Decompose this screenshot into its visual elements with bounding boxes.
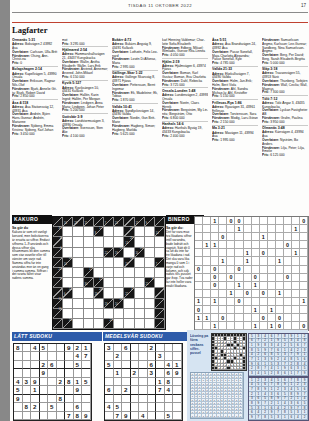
listing-field-label: Förvärvare: (262, 38, 281, 42)
binero-solution-cell: 0 (239, 414, 243, 417)
listing-entry-line: Överlåtare: Wallin, Anitha Elisabeth; Wa… (62, 60, 108, 68)
kakuro-right-clue: 12 (99, 228, 102, 231)
binero-empty-cell (268, 257, 276, 265)
kakuro-entry-cell (73, 309, 83, 319)
listing-entry-line: Överlåtare: Lyckan Fastigheter AB (262, 108, 308, 116)
listing-field-label: Överlåtare: (12, 112, 30, 116)
kakuro-right-clue: 29 (99, 289, 102, 292)
sudoku-cell (65, 369, 74, 378)
binero-empty-cell (203, 225, 211, 233)
binero-given-cell: 1 (219, 257, 227, 265)
listing-column-text: Bukärr 4:73Adress: Bukärrs Ängväg 9, 434… (112, 37, 158, 135)
kakuro-entry-cell (73, 288, 83, 298)
sudoku-cell (40, 395, 49, 404)
kakuro-entry-cell (84, 299, 94, 309)
listing-field-label: Adress: (112, 108, 125, 112)
binero-empty-cell (284, 298, 292, 306)
kakuro-down-clue: 16 (64, 223, 67, 226)
sudoku-cell (131, 403, 140, 412)
listing-entry-line: Adress: Hjälmvägen 6, 43974 Fjärås (162, 63, 208, 71)
listing-field-label: Överlåtare: (62, 126, 80, 130)
kakuro-right-clue: 21 (130, 228, 133, 231)
binero-empty-cell (276, 225, 284, 233)
kakuro-entry-cell (135, 319, 145, 329)
kakuro-entry-cell (63, 309, 73, 319)
kakuro-clue-cell: 2311 (124, 258, 134, 268)
kakuro-entry-cell (104, 237, 114, 247)
listing-entry: Ölmanäs 3:48Adress: Kärrvägen 4, 43994 Å… (262, 125, 308, 157)
header-rule (12, 12, 308, 13)
binero-empty-cell (195, 274, 203, 282)
sudoku-cell (82, 361, 91, 370)
listing-field-label: Förvärvare: (112, 57, 131, 61)
binero-empty-cell (203, 282, 211, 290)
kakuro-entry-cell (84, 319, 94, 329)
sudoku-cell (122, 403, 131, 412)
kakuro-clue-cell: 1816 (63, 258, 73, 268)
sudoku-cell (131, 386, 140, 395)
listing-field-label: Adress: (62, 52, 75, 56)
kakuro-clue-cell: 24 (53, 268, 63, 278)
binero-empty-cell (292, 233, 300, 241)
kakuro-entry-cell (135, 268, 145, 278)
sudoku-cell (156, 395, 165, 404)
binero-empty-cell (284, 217, 292, 225)
listing-field-label: Pris: (162, 134, 170, 138)
listing-field-label: Adress: (162, 126, 175, 130)
listing-field-label: Förvärvare: (12, 87, 31, 91)
kakuro-entry-cell (145, 288, 155, 298)
listing-entry-line: Pris: 2 995 000 (112, 65, 158, 69)
kakuro-solution-grid: 9381726458291637549381726458291637549381… (211, 333, 247, 371)
listing-field-label: Adress: (162, 93, 175, 97)
binero-empty-cell (227, 241, 235, 249)
kakuro-clue-cell: 821 (145, 278, 155, 288)
kakuro-clue-cell: 422 (124, 288, 134, 298)
binero-empty-cell (227, 257, 235, 265)
sudoku-cell (48, 378, 57, 387)
binero-empty-cell (284, 282, 292, 290)
binero-empty-cell (268, 282, 276, 290)
sudoku-cell: 3 (105, 344, 114, 353)
sudoku-cell (48, 369, 57, 378)
sudoku-solution-cell: 2 (269, 371, 276, 376)
sudoku-cell: 4 (31, 344, 40, 353)
kakuro-entry-cell (94, 258, 104, 268)
listing-entry-line: Adress: Åsa Brandsvägen 24, 43992 Åsa (212, 42, 258, 50)
binero-given-cell: 1 (244, 257, 252, 265)
kakuro-howto-text: Kakuro är som ett vanligt korsord, men b… (12, 230, 50, 280)
listing-entry-line: Adress: Hammarshallsvägen 21, 43437 Kung… (62, 52, 108, 60)
listing-field-label: Pris: (62, 75, 70, 79)
listing-entry: Örmanäs 1:31Adress: Bokvägen 2 43992 Åsa… (12, 37, 58, 65)
binero-empty-cell (195, 225, 203, 233)
sudoku-cell (139, 361, 148, 370)
kakuro-down-clue: 14 (156, 233, 159, 236)
listing-field-label: Förvärvare: (212, 87, 231, 91)
binero-empty-cell (227, 306, 235, 314)
binero-empty-cell (252, 241, 260, 249)
kakuro-clue-cell: 19 (104, 299, 114, 309)
binero-empty-cell (244, 225, 252, 233)
listing-entry-line: Överlåtare: Nyström, Bo Anders (262, 138, 308, 146)
binero-empty-cell (227, 282, 235, 290)
binero-empty-cell (292, 290, 300, 298)
listing-field-label: Adress: (62, 85, 75, 89)
kakuro-entry-cell (104, 227, 114, 237)
sudoku-cell (74, 395, 83, 404)
sudoku-cell (65, 403, 74, 412)
binero-given-cell: 0 (219, 233, 227, 241)
sudoku-cell: 4 (165, 361, 174, 370)
sudoku-cell: 8 (65, 378, 74, 387)
listing-entry: Bukärr 4:73Adress: Bukärrs Ängväg 9, 434… (112, 37, 158, 69)
kakuro-entry-cell (145, 258, 155, 268)
sudoku-cell (148, 403, 157, 412)
kakuro-clue-cell: 21 (124, 227, 134, 237)
kakuro-entry-cell (135, 309, 145, 319)
kakuro-entry-cell (124, 299, 134, 309)
kakuro-down-clue: 13 (125, 243, 128, 246)
sudoku-cell: 7 (82, 352, 91, 361)
listing-field-label: Överlåtare: (162, 71, 180, 75)
kakuro-entry-cell (73, 319, 83, 329)
kakuro-entry-cell (73, 268, 83, 278)
kakuro-entry-cell (94, 319, 104, 329)
sudoku-cell: 4 (74, 352, 83, 361)
kakuro-entry-cell (84, 288, 94, 298)
binero-given-cell: 1 (244, 249, 252, 257)
binero-grid: 1000110111010111100000000111001110101111… (194, 216, 309, 331)
binero-empty-cell (292, 217, 300, 225)
sudoku-solution-cell: 7 (256, 415, 263, 420)
sudoku-cell (114, 378, 123, 387)
binero-empty-cell (244, 306, 252, 314)
kakuro-right-clue: 17 (89, 269, 92, 272)
kakuro-entry-cell (73, 278, 83, 288)
kakuro-clue-cell (155, 319, 165, 329)
listing-column: Förvärvare: Samuelsson Ängmo, Karlsson; … (262, 37, 308, 213)
binero-empty-cell (195, 217, 203, 225)
sudoku-cell (105, 369, 114, 378)
property-listings: Örmanäs 1:31Adress: Bokvägen 2 43992 Åsa… (12, 37, 308, 213)
listing-column: Örmanäs 1:31Adress: Bokvägen 2 43992 Åsa… (12, 37, 58, 213)
kakuro-entry-cell (73, 299, 83, 309)
sudoku-cell: 8 (74, 412, 83, 421)
listing-field-label: Adress: (12, 105, 25, 109)
kakuro-down-clue: 7 (156, 264, 157, 267)
kakuro-entry-cell (94, 237, 104, 247)
binero-empty-cell (292, 298, 300, 306)
kakuro-clue-cell (53, 288, 63, 298)
sudoku-cell (105, 412, 114, 421)
kakuro-clue-cell (155, 288, 165, 298)
sudoku-cell: 1 (156, 378, 165, 387)
binero-solution-grid: 0101101001101010100101100101011010010110… (190, 372, 244, 419)
sudoku-cell: 1 (82, 344, 91, 353)
binero-empty-cell (300, 241, 308, 249)
kakuro-entry-cell (155, 278, 165, 288)
binero-empty-cell (252, 314, 260, 322)
listing-entry-line: Överlåtare: Berg, Per David; Berg, Sarah… (262, 53, 308, 61)
binero-empty-cell (211, 314, 219, 322)
sudoku-solution-cell: 6 (289, 415, 296, 420)
listing-entry-line: Förvärvare: Lovén Di Alfonso, Maria (112, 57, 158, 65)
sudoku-cell (57, 344, 66, 353)
sudoku-cell: 5 (14, 386, 23, 395)
sudoku-cell (156, 403, 165, 412)
listing-field-label: Adress: (212, 71, 225, 75)
listing-field-label: Adress: (12, 42, 25, 46)
listing-field-label: Pris: (162, 116, 170, 120)
sudoku-cell (148, 395, 157, 404)
sudoku-cell: 5 (74, 361, 83, 370)
kakuro-clue-cell: 16 (63, 217, 73, 227)
kakuro-entry-cell (155, 237, 165, 247)
binero-empty-cell (252, 266, 260, 274)
listing-entry-line: Förvärvare: Edberg, Mikael; Wimladis, Gu… (162, 45, 208, 53)
binero-given-cell: 0 (195, 306, 203, 314)
binero-empty-cell (268, 249, 276, 257)
listing-field-label: Överlåtare: (262, 53, 280, 57)
binero-given-cell: 0 (235, 298, 243, 306)
binero-empty-cell (284, 225, 292, 233)
kakuro-entry-cell (94, 309, 104, 319)
kakuro-clue-cell: 7 (155, 258, 165, 268)
kakuro-down-clue: 10 (115, 304, 118, 307)
kakuro-entry-cell (114, 268, 124, 278)
binero-empty-cell (235, 233, 243, 241)
sudoku-cell (131, 344, 140, 353)
kakuro-right-clue: 16 (69, 320, 72, 323)
listing-entry: Åsa 5:51Adress: Åsa Brandsvägen 24, 4399… (212, 37, 258, 65)
listing-entry-line: Adress: Lundenvägen 2, 43993 Onsala (162, 93, 208, 101)
binero-empty-cell (235, 241, 243, 249)
kakuro-right-clue: 29 (130, 238, 133, 241)
listing-field-label: Pris: (112, 131, 120, 135)
binero-empty-cell (219, 266, 227, 274)
listing-entry-line: Pris: 4 050 000 (162, 53, 208, 57)
binero-empty-cell (244, 241, 252, 249)
binero-empty-cell (252, 217, 260, 225)
kakuro-clue-cell: 23 (73, 217, 83, 227)
sudoku-cell (122, 395, 131, 404)
kakuro-entry-cell (155, 248, 165, 258)
sudoku-cell (65, 361, 74, 370)
binero-empty-cell (300, 249, 308, 257)
sudoku-cell (139, 369, 148, 378)
binero-given-cell: 0 (276, 314, 284, 322)
listing-entry-line: Adress: Bukärrs Ängväg 9, 43491 Kullavik (112, 42, 158, 50)
binero-empty-cell (252, 257, 260, 265)
sudoku-cell: 1 (31, 386, 40, 395)
sudoku-cell (23, 361, 32, 370)
listing-entry-line: Överlåtare: Lothzén, Felix Leo-nard (112, 49, 158, 57)
binero-empty-cell (268, 225, 276, 233)
listing-field-label: Pris: (212, 94, 220, 98)
binero-empty-cell (260, 257, 268, 265)
kakuro-clue-cell: 1519 (114, 248, 124, 258)
listing-field-label: Förvärvare: (162, 45, 181, 49)
sudoku-cell: 9 (74, 386, 83, 395)
binero-empty-cell (203, 233, 211, 241)
sudoku-cell: 5 (105, 361, 114, 370)
kakuro-clue-cell: 17 (135, 217, 145, 227)
binero-empty-cell (211, 225, 219, 233)
sudoku-cell (105, 395, 114, 404)
sudoku-cell (48, 395, 57, 404)
listing-entry-line: Förvärvare: Olsing, Ann-Christi-na (12, 53, 58, 61)
binero-given-cell: 1 (235, 225, 243, 233)
listing-entry-line: Pris: 1 995 000 (212, 138, 258, 142)
kakuro-down-clue: 10 (135, 253, 138, 256)
sudoku-cell (173, 412, 182, 421)
binero-empty-cell (227, 233, 235, 241)
kakuro-right-clue: 26 (120, 299, 123, 302)
sudoku-cell: 1 (74, 378, 83, 387)
kakuro-entry-cell (114, 288, 124, 298)
listing-field-label: Pris: (212, 138, 220, 142)
sudoku-cell (65, 352, 74, 361)
listing-field-label: Förvärvare: (262, 145, 281, 149)
listing-entry-line: Pris: 4 100 000 (62, 134, 108, 138)
sudoku-solution-cell: 9 (302, 371, 309, 376)
binero-empty-cell (252, 298, 260, 306)
kakuro-entry-cell (135, 288, 145, 298)
listing-entry-line: Pris: 7 300 000 (262, 90, 308, 94)
kakuro-entry-cell (73, 227, 83, 237)
sudoku-cell (122, 352, 131, 361)
listing-entry-line: Förvärvare: Lilja, Peter; Lilja, Emelie (262, 145, 308, 153)
kakuro-entry-cell (73, 248, 83, 258)
binero-given-cell: 0 (235, 266, 243, 274)
sudoku-cell (82, 403, 91, 412)
kakuro-right-clue: 6 (60, 238, 61, 241)
listing-field-label: Överlåtare: (112, 116, 130, 120)
listing-column-text: motPris: 3 295 000Hjälmared 2:54Adress: … (62, 37, 108, 138)
binero-empty-cell (260, 217, 268, 225)
sudoku-cell: 2 (31, 403, 40, 412)
kakuro-clue-cell: 2913 (124, 237, 134, 247)
binero-empty-cell (260, 298, 268, 306)
sudoku-cell: 4 (139, 412, 148, 421)
kakuro-clue-cell: 22 (104, 248, 114, 258)
kakuro-right-clue: 23 (110, 320, 113, 323)
listing-entry-line: Överlåtare: Boman, Karl Gustav; Boman, E… (162, 71, 208, 79)
binero-empty-cell (211, 257, 219, 265)
listing-field-label: Adress: (12, 71, 25, 75)
listing-field-label: Överlåtare: (212, 79, 230, 83)
sudoku-cell: 2 (148, 344, 157, 353)
red-section-rule (12, 22, 308, 24)
sudoku-cell: 2 (131, 369, 140, 378)
binero-given-cell: 0 (235, 217, 243, 225)
binero-empty-cell (252, 290, 260, 298)
sudoku-cell (173, 403, 182, 412)
listing-entry: Frillesås-Rya 1:86Adress: Ryavägen 31, 4… (212, 99, 258, 123)
listing-entry-line: Överlåtare: Pettersson, Bernt Ingemar (112, 83, 158, 91)
binero-empty-cell (300, 306, 308, 314)
sudoku-cell (122, 369, 131, 378)
kakuro-clue-cell: 14 (155, 227, 165, 237)
sudoku-cell (14, 412, 23, 421)
kakuro-right-clue: 15 (120, 248, 123, 251)
sudoku-cell (165, 344, 174, 353)
sudoku-cell (139, 352, 148, 361)
listing-entry: Må 3:21Adress: Måvägen 11, 43994 ÅsaPris… (212, 125, 258, 142)
binero-given-cell: 1 (211, 217, 219, 225)
sudoku-cell: 8 (57, 395, 66, 404)
binero-empty-cell (276, 217, 284, 225)
binero-empty-cell (260, 306, 268, 314)
sudoku-cell (156, 369, 165, 378)
kakuro-clue-cell: 18 (53, 309, 63, 319)
listing-column: karl Henning Valdemar; Char-lotte Sofia … (162, 37, 208, 213)
binero-empty-cell (203, 266, 211, 274)
kakuro-entry-cell (63, 278, 73, 288)
binero-empty-cell (227, 249, 235, 257)
kakuro-down-clue: 9 (146, 223, 147, 226)
binero-empty-cell (252, 233, 260, 241)
binero-empty-cell (203, 306, 211, 314)
sudoku-cell (57, 412, 66, 421)
listing-field-label: Adress: (262, 71, 275, 75)
listing-entry-line: Adress: Gällinge Skårsväg 8, 43971 Fjärå… (112, 75, 158, 83)
kakuro-clue-cell: 16 (63, 319, 73, 329)
kakuro-clue-cell: 30 (84, 278, 94, 288)
kakuro-entry-cell (63, 299, 73, 309)
binero-empty-cell (292, 266, 300, 274)
binero-empty-cell (244, 266, 252, 274)
listing-entry-line: Adress: Sandlyckevägen 14, 43490 Vallda (112, 108, 158, 116)
sudoku-cell: 3 (23, 378, 32, 387)
listing-field-label: Pris: (62, 134, 70, 138)
listing-field-label: Förvärvare: (112, 124, 131, 128)
sudoku-cell (40, 412, 49, 421)
listing-entry-line: Adress: Kapellvägen 5, 43990 Onsala (12, 71, 58, 79)
binero-empty-cell (211, 290, 219, 298)
binero-given-cell: 1 (276, 257, 284, 265)
listing-entry-line: Adress: Måvägen 11, 43994 Åsa (212, 130, 258, 138)
sudoku-cell: 5 (82, 378, 91, 387)
listing-entry-line: Adress: Hanhals Byväg 19, 43433 Kungsbac… (162, 126, 208, 134)
listing-entry-line: Pris: 3 295 000 (62, 42, 108, 46)
binero-empty-cell (300, 290, 308, 298)
binero-empty-cell (300, 233, 308, 241)
sudoku-solution-cell: 2 (302, 415, 309, 420)
binero-empty-cell (195, 233, 203, 241)
listing-field-label: Adress: (212, 42, 225, 46)
binero-empty-cell (219, 241, 227, 249)
sudoku-cell (131, 361, 140, 370)
sudoku-solution-cell: 8 (262, 415, 269, 420)
kakuro-entry-cell (104, 309, 114, 319)
listing-entry-line: Överlåtare: Andrén, Björn Hans-Gunnar; A… (12, 112, 58, 123)
binero-empty-cell (300, 266, 308, 274)
kakuro-right-clue: 12 (99, 279, 102, 282)
kakuro-entry-cell (104, 278, 114, 288)
listing-entry-line: Pris: 5 000 000 (262, 61, 308, 65)
binero-empty-cell (268, 266, 276, 274)
listing-field-label: Överlåtare: (262, 138, 280, 142)
binero-empty-cell (292, 257, 300, 265)
listing-column: Åsa 5:51Adress: Åsa Brandsvägen 24, 4399… (212, 37, 258, 213)
binero-empty-cell (276, 274, 284, 282)
sudoku-cell (31, 361, 40, 370)
kakuro-right-clue: 4 (131, 289, 132, 292)
kakuro-clue-cell (53, 258, 63, 268)
binero-empty-cell (252, 225, 260, 233)
